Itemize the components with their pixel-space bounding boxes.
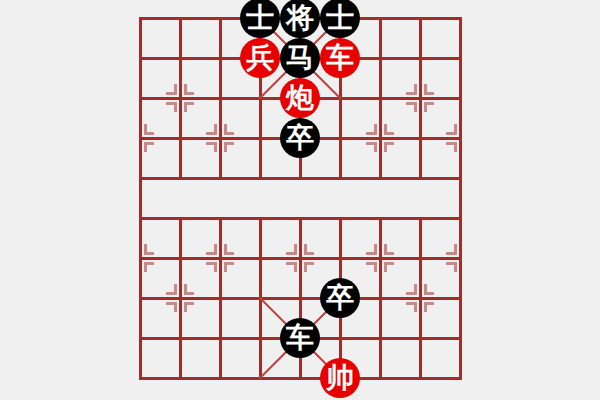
intersection-5-6 [320, 238, 360, 278]
intersection-0-0 [120, 0, 160, 38]
intersection-6-6 [360, 238, 400, 278]
intersection-5-2 [320, 78, 360, 118]
intersection-3-2 [240, 78, 280, 118]
intersection-1-3 [160, 118, 200, 158]
intersection-0-9 [120, 358, 160, 398]
piece-black-advisor[interactable]: 士 [320, 0, 360, 38]
intersection-6-3 [360, 118, 400, 158]
intersection-0-2 [120, 78, 160, 118]
intersection-4-2: 炮 [280, 78, 320, 118]
intersection-5-7: 卒 [320, 278, 360, 318]
intersection-3-7 [240, 278, 280, 318]
intersection-2-8 [200, 318, 240, 358]
piece-black-general[interactable]: 将 [280, 0, 320, 38]
intersection-0-7 [120, 278, 160, 318]
piece-black-advisor[interactable]: 士 [240, 0, 280, 38]
intersection-4-3: 卒 [280, 118, 320, 158]
intersection-5-9: 帅 [320, 358, 360, 398]
intersection-8-8 [440, 318, 480, 358]
intersection-7-8 [400, 318, 440, 358]
intersection-7-9 [400, 358, 440, 398]
intersection-8-3 [440, 118, 480, 158]
intersection-4-8: 车 [280, 318, 320, 358]
xiangqi-board[interactable]: 士将士兵马车炮卒卒车帅 [120, 0, 480, 398]
intersection-3-1: 兵 [240, 38, 280, 78]
piece-black-soldier[interactable]: 卒 [280, 118, 320, 158]
intersection-3-4 [240, 158, 280, 198]
piece-red-soldier[interactable]: 兵 [240, 38, 280, 78]
xiangqi-diagram: 士将士兵马车炮卒卒车帅 [0, 0, 600, 400]
intersection-7-4 [400, 158, 440, 198]
intersection-6-9 [360, 358, 400, 398]
intersection-6-2 [360, 78, 400, 118]
intersection-4-1: 马 [280, 38, 320, 78]
intersection-6-5 [360, 198, 400, 238]
intersection-8-2 [440, 78, 480, 118]
intersection-3-9 [240, 358, 280, 398]
intersection-8-6 [440, 238, 480, 278]
intersection-3-0: 士 [240, 0, 280, 38]
intersection-8-7 [440, 278, 480, 318]
intersection-2-3 [200, 118, 240, 158]
intersection-1-6 [160, 238, 200, 278]
intersection-2-0 [200, 0, 240, 38]
intersection-6-7 [360, 278, 400, 318]
intersection-5-1: 车 [320, 38, 360, 78]
intersection-5-5 [320, 198, 360, 238]
intersection-7-3 [400, 118, 440, 158]
piece-black-horse[interactable]: 马 [280, 38, 320, 78]
intersection-0-4 [120, 158, 160, 198]
intersection-0-6 [120, 238, 160, 278]
intersection-2-6 [200, 238, 240, 278]
intersection-1-5 [160, 198, 200, 238]
intersection-7-2 [400, 78, 440, 118]
intersection-6-4 [360, 158, 400, 198]
intersection-1-7 [160, 278, 200, 318]
intersection-0-5 [120, 198, 160, 238]
intersection-4-4 [280, 158, 320, 198]
intersection-7-5 [400, 198, 440, 238]
intersection-2-9 [200, 358, 240, 398]
intersection-7-6 [400, 238, 440, 278]
piece-red-chariot[interactable]: 车 [320, 38, 360, 78]
intersection-7-0 [400, 0, 440, 38]
intersection-1-0 [160, 0, 200, 38]
intersection-5-8 [320, 318, 360, 358]
intersection-8-1 [440, 38, 480, 78]
intersection-1-2 [160, 78, 200, 118]
intersection-6-0 [360, 0, 400, 38]
intersection-0-3 [120, 118, 160, 158]
intersection-8-9 [440, 358, 480, 398]
intersection-0-8 [120, 318, 160, 358]
intersection-5-4 [320, 158, 360, 198]
intersection-1-8 [160, 318, 200, 358]
intersection-3-3 [240, 118, 280, 158]
intersection-2-1 [200, 38, 240, 78]
intersection-4-6 [280, 238, 320, 278]
intersection-5-0: 士 [320, 0, 360, 38]
intersection-3-5 [240, 198, 280, 238]
intersection-0-1 [120, 38, 160, 78]
intersection-7-7 [400, 278, 440, 318]
intersection-3-8 [240, 318, 280, 358]
intersection-4-9 [280, 358, 320, 398]
intersection-1-9 [160, 358, 200, 398]
piece-black-chariot[interactable]: 车 [280, 318, 320, 358]
intersection-8-4 [440, 158, 480, 198]
intersection-4-0: 将 [280, 0, 320, 38]
intersection-7-1 [400, 38, 440, 78]
piece-black-soldier[interactable]: 卒 [320, 278, 360, 318]
intersection-6-1 [360, 38, 400, 78]
intersection-2-5 [200, 198, 240, 238]
intersection-2-4 [200, 158, 240, 198]
intersection-1-4 [160, 158, 200, 198]
intersection-4-5 [280, 198, 320, 238]
intersection-2-2 [200, 78, 240, 118]
intersection-3-6 [240, 238, 280, 278]
intersection-8-0 [440, 0, 480, 38]
piece-red-general[interactable]: 帅 [320, 358, 360, 398]
intersection-2-7 [200, 278, 240, 318]
intersection-6-8 [360, 318, 400, 358]
intersection-8-5 [440, 198, 480, 238]
piece-red-cannon[interactable]: 炮 [280, 78, 320, 118]
intersection-1-1 [160, 38, 200, 78]
intersection-5-3 [320, 118, 360, 158]
intersection-4-7 [280, 278, 320, 318]
